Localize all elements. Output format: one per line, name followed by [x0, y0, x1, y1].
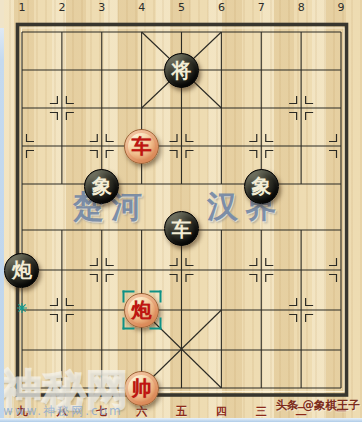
board-point-5-5[interactable]: 车 [162, 207, 202, 250]
piece-black-chariot[interactable]: 车 [164, 211, 199, 246]
window-edge-bottom [0, 418, 362, 422]
board[interactable]: 将车象象车炮炮帅 [2, 13, 361, 407]
window-edge-left [0, 0, 4, 422]
piece-red-general[interactable]: 帅 [124, 371, 159, 406]
piece-red-chariot[interactable]: 车 [124, 129, 159, 164]
watermark-credit: 头条 @象棋王子 [275, 398, 360, 413]
board-point-4-7[interactable]: 炮 [122, 290, 162, 330]
piece-black-elephant[interactable]: 象 [244, 169, 279, 204]
piece-black-elephant[interactable]: 象 [84, 169, 119, 204]
board-point-5-1[interactable]: 将 [162, 51, 202, 89]
piece-black-cannon[interactable]: 炮 [4, 253, 39, 288]
board-point-3-4[interactable]: 象 [82, 165, 122, 207]
piece-black-general[interactable]: 将 [164, 53, 199, 88]
board-point-4-3[interactable]: 车 [122, 127, 162, 165]
board-point-1-6[interactable]: 炮 [2, 250, 42, 290]
board-point-7-4[interactable]: 象 [241, 165, 281, 207]
piece-red-cannon[interactable]: 炮 [124, 293, 159, 328]
xiangqi-board-screenshot: 楚河 汉界 123456789 九八七六五四三二一 将车象象车炮炮帅 神秘网 w… [0, 0, 362, 422]
